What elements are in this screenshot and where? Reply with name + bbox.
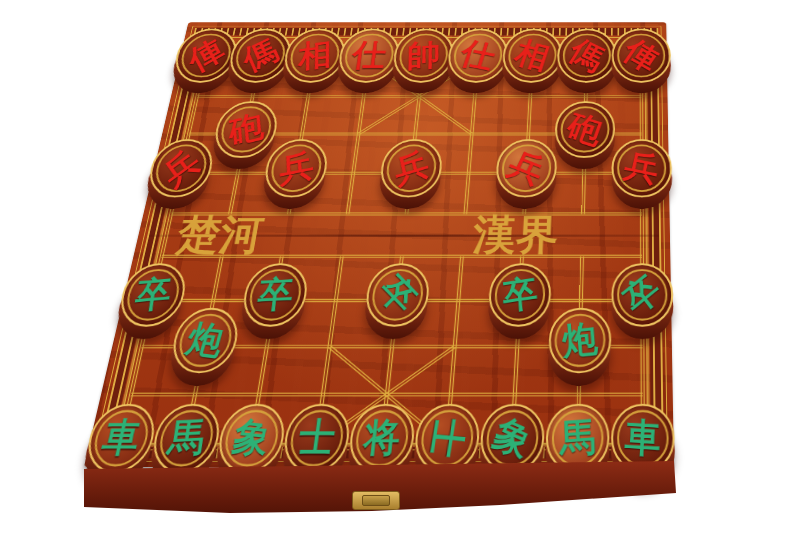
piece-character: 卒 — [256, 276, 295, 313]
box-front-edge — [80, 461, 678, 517]
piece-face: 炮 — [167, 308, 242, 373]
piece-character: 士 — [426, 417, 467, 459]
piece-character: 馬 — [559, 417, 596, 459]
piece-character: 士 — [296, 419, 337, 458]
piece-red-兵[interactable]: 兵 — [146, 145, 216, 191]
piece-character: 象 — [489, 413, 537, 464]
piece-face: 兵 — [611, 139, 672, 197]
piece-character: 兵 — [158, 145, 205, 191]
xiangqi-board: 楚河 漢界 俥傌相仕帥仕相傌俥砲砲兵兵兵兵兵卒卒卒卒卒炮炮車馬象士将士象馬車 — [84, 22, 674, 467]
brass-latch — [352, 491, 400, 510]
piece-character: 炮 — [183, 320, 228, 360]
board-grid: 俥傌相仕帥仕相傌俥砲砲兵兵兵兵兵卒卒卒卒卒炮炮車馬象士将士象馬車 — [81, 42, 676, 470]
piece-green-士[interactable]: 士 — [281, 411, 352, 465]
piece-character: 兵 — [391, 147, 431, 188]
piece-character: 馬 — [166, 418, 208, 459]
piece-green-象[interactable]: 象 — [479, 411, 545, 465]
piece-green-卒[interactable]: 卒 — [611, 270, 673, 320]
piece-character: 兵 — [622, 149, 662, 188]
piece-character: 傌 — [239, 35, 282, 76]
piece-character: 傌 — [564, 35, 609, 76]
piece-red-帥[interactable]: 帥 — [392, 34, 456, 76]
piece-character: 卒 — [618, 270, 667, 320]
piece-red-兵[interactable]: 兵 — [495, 145, 558, 191]
piece-red-兵[interactable]: 兵 — [378, 145, 443, 191]
piece-red-兵[interactable]: 兵 — [262, 145, 330, 191]
piece-character: 俥 — [184, 34, 229, 76]
piece-character: 兵 — [504, 147, 549, 190]
piece-character: 将 — [362, 419, 402, 458]
piece-red-相[interactable]: 相 — [502, 34, 563, 76]
piece-face: 俥 — [611, 29, 671, 83]
piece-green-卒[interactable]: 卒 — [240, 270, 310, 320]
piece-face: 車 — [81, 404, 160, 473]
piece-character: 砲 — [564, 109, 607, 149]
piece-green-馬[interactable]: 馬 — [545, 411, 610, 465]
piece-character: 車 — [624, 418, 661, 459]
piece-green-将[interactable]: 将 — [347, 411, 416, 465]
piece-character: 砲 — [228, 110, 265, 149]
piece-green-馬[interactable]: 馬 — [149, 411, 223, 465]
piece-green-車[interactable]: 車 — [83, 411, 158, 465]
piece-face: 卒 — [611, 263, 674, 326]
piece-green-車[interactable]: 車 — [611, 411, 675, 465]
piece-character: 相 — [511, 37, 553, 74]
piece-character: 仕 — [457, 37, 498, 73]
piece-character: 帥 — [407, 39, 441, 72]
piece-character: 相 — [298, 38, 332, 72]
photo-background: 楚河 漢界 俥傌相仕帥仕相傌俥砲砲兵兵兵兵兵卒卒卒卒卒炮炮車馬象士将士象馬車 — [0, 0, 800, 544]
piece-face: 馬 — [148, 404, 225, 473]
piece-green-炮[interactable]: 炮 — [548, 315, 612, 366]
piece-green-象[interactable]: 象 — [215, 411, 287, 465]
piece-face: 砲 — [554, 101, 615, 158]
piece-character: 俥 — [618, 35, 664, 77]
piece-character: 車 — [99, 419, 143, 458]
piece-character: 炮 — [561, 320, 599, 360]
piece-green-卒[interactable]: 卒 — [116, 270, 189, 320]
piece-red-俥[interactable]: 俥 — [611, 34, 671, 76]
piece-character: 象 — [229, 417, 273, 459]
piece-green-卒[interactable]: 卒 — [487, 270, 551, 320]
piece-red-仕[interactable]: 仕 — [447, 34, 509, 76]
piece-green-士[interactable]: 士 — [413, 411, 481, 465]
piece-character: 兵 — [278, 149, 314, 188]
piece-character: 卒 — [373, 270, 422, 320]
piece-green-卒[interactable]: 卒 — [364, 270, 431, 320]
piece-red-兵[interactable]: 兵 — [611, 145, 672, 191]
piece-red-傌[interactable]: 傌 — [556, 34, 616, 76]
piece-character: 卒 — [133, 275, 173, 314]
piece-green-炮[interactable]: 炮 — [169, 315, 241, 366]
piece-character: 仕 — [351, 40, 388, 70]
piece-red-砲[interactable]: 砲 — [554, 107, 615, 151]
piece-face: 兵 — [144, 139, 217, 197]
piece-character: 卒 — [501, 275, 539, 315]
